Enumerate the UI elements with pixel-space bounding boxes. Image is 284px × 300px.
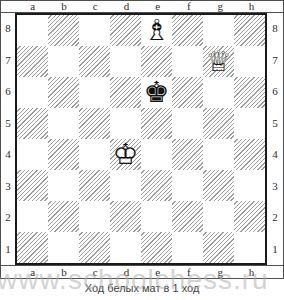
square-f6	[172, 77, 203, 108]
right-rank-labels: 87654321	[267, 13, 283, 265]
piece-black-king: ♚	[141, 77, 172, 108]
file-label-e: e	[142, 1, 173, 12]
square-h4	[234, 139, 265, 170]
square-a1	[17, 232, 48, 263]
square-a7	[17, 46, 48, 77]
piece-white-bishop: ♝♗	[141, 15, 172, 46]
square-f3	[172, 170, 203, 201]
square-e5	[141, 108, 172, 139]
rank-label-5: 5	[1, 108, 15, 140]
square-g3	[203, 170, 234, 201]
square-h1	[234, 232, 265, 263]
rank-label-3: 3	[267, 171, 283, 203]
rank-label-3: 3	[1, 171, 15, 203]
square-d5	[110, 108, 141, 139]
square-g6	[203, 77, 234, 108]
square-d7	[110, 46, 141, 77]
white-queen-icon: ♕	[206, 46, 232, 75]
square-c5	[79, 108, 110, 139]
chess-puzzle-diagram: abcdefgh 87654321 ♝♗♛♕♚♚♔ 87654321 abcde…	[0, 0, 284, 300]
square-f8	[172, 15, 203, 46]
file-label-f: f	[173, 1, 204, 12]
square-c7	[79, 46, 110, 77]
square-f5	[172, 108, 203, 139]
square-h8	[234, 15, 265, 46]
square-a8	[17, 15, 48, 46]
square-e4	[141, 139, 172, 170]
square-b2	[48, 201, 79, 232]
rank-label-1: 1	[267, 234, 283, 266]
square-c4	[79, 139, 110, 170]
rank-label-6: 6	[1, 76, 15, 108]
file-label-h: h	[236, 1, 267, 12]
square-c2	[79, 201, 110, 232]
square-a5	[17, 108, 48, 139]
rank-label-6: 6	[267, 76, 283, 108]
square-b4	[48, 139, 79, 170]
file-label-e: e	[142, 266, 173, 278]
rank-label-8: 8	[267, 13, 283, 45]
square-b8	[48, 15, 79, 46]
rank-label-8: 8	[1, 13, 15, 45]
file-label-c: c	[80, 1, 111, 12]
square-e3	[141, 170, 172, 201]
square-d6	[110, 77, 141, 108]
rank-label-4: 4	[267, 139, 283, 171]
square-g5	[203, 108, 234, 139]
file-label-c: c	[80, 266, 111, 278]
square-e2	[141, 201, 172, 232]
rank-label-2: 2	[1, 202, 15, 234]
square-g1	[203, 232, 234, 263]
square-b7	[48, 46, 79, 77]
rank-label-4: 4	[1, 139, 15, 171]
square-h6	[234, 77, 265, 108]
square-e8: ♝♗	[141, 15, 172, 46]
square-h3	[234, 170, 265, 201]
chess-board: ♝♗♛♕♚♚♔	[15, 13, 267, 265]
file-label-d: d	[111, 1, 142, 12]
square-h5	[234, 108, 265, 139]
square-f1	[172, 232, 203, 263]
rank-label-1: 1	[1, 234, 15, 266]
square-f7	[172, 46, 203, 77]
square-e7	[141, 46, 172, 77]
square-a6	[17, 77, 48, 108]
file-label-h: h	[236, 266, 267, 278]
square-b6	[48, 77, 79, 108]
piece-white-queen: ♛♕	[203, 46, 234, 77]
rank-label-2: 2	[267, 202, 283, 234]
square-b5	[48, 108, 79, 139]
corner-spacer	[1, 266, 17, 278]
square-e1	[141, 232, 172, 263]
rank-label-5: 5	[267, 108, 283, 140]
square-c8	[79, 15, 110, 46]
white-bishop-icon: ♗	[144, 15, 170, 44]
square-h7	[234, 46, 265, 77]
piece-white-king: ♚♔	[110, 139, 141, 170]
file-label-a: a	[17, 266, 48, 278]
square-g4	[203, 139, 234, 170]
square-d8	[110, 15, 141, 46]
left-rank-labels: 87654321	[1, 13, 15, 265]
rank-label-7: 7	[267, 45, 283, 77]
square-d2	[110, 201, 141, 232]
file-label-d: d	[111, 266, 142, 278]
corner-spacer	[267, 266, 283, 278]
square-a4	[17, 139, 48, 170]
square-c3	[79, 170, 110, 201]
square-h2	[234, 201, 265, 232]
bottom-file-labels: abcdefgh	[1, 265, 283, 278]
puzzle-caption: Ход белых мат в 1 ход	[0, 281, 284, 295]
corner-spacer	[267, 1, 283, 12]
square-d3	[110, 170, 141, 201]
file-label-g: g	[205, 266, 236, 278]
top-file-labels: abcdefgh	[1, 1, 283, 13]
corner-spacer	[1, 1, 17, 12]
file-label-a: a	[17, 1, 48, 12]
square-f2	[172, 201, 203, 232]
square-g7: ♛♕	[203, 46, 234, 77]
rank-label-7: 7	[1, 45, 15, 77]
white-king-icon: ♔	[113, 139, 139, 168]
black-king-icon: ♚	[144, 77, 170, 106]
file-label-b: b	[48, 266, 79, 278]
file-label-g: g	[205, 1, 236, 12]
square-c1	[79, 232, 110, 263]
file-label-f: f	[173, 266, 204, 278]
file-label-b: b	[48, 1, 79, 12]
board-middle-row: 87654321 ♝♗♛♕♚♚♔ 87654321	[1, 13, 283, 265]
board-frame: abcdefgh 87654321 ♝♗♛♕♚♚♔ 87654321 abcde…	[0, 0, 284, 279]
square-f4	[172, 139, 203, 170]
square-b3	[48, 170, 79, 201]
square-g2	[203, 201, 234, 232]
square-a3	[17, 170, 48, 201]
square-d1	[110, 232, 141, 263]
square-a2	[17, 201, 48, 232]
square-g8	[203, 15, 234, 46]
square-d4: ♚♔	[110, 139, 141, 170]
square-c6	[79, 77, 110, 108]
square-b1	[48, 232, 79, 263]
square-e6: ♚	[141, 77, 172, 108]
